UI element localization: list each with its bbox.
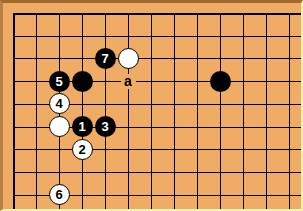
- grid-line-vertical: [174, 13, 175, 209]
- grid-line-horizontal: [13, 172, 301, 173]
- black-stone: [210, 71, 231, 92]
- white-stone: [118, 48, 139, 69]
- black-stone: [72, 71, 93, 92]
- black-stone-move-3: 3: [95, 116, 116, 137]
- grid-line-vertical: [82, 13, 83, 209]
- white-stone: [49, 116, 70, 137]
- grid-line-vertical: [289, 13, 290, 209]
- grid-line-vertical: [197, 13, 198, 209]
- white-stone-move-4: 4: [49, 93, 70, 114]
- grid-line-vertical: [105, 13, 106, 209]
- grid-line-horizontal: [13, 149, 301, 150]
- grid-line-horizontal: [13, 58, 301, 59]
- go-corner-diagram: a7541326: [0, 0, 303, 211]
- grid-line-vertical: [220, 13, 221, 209]
- grid-line-vertical: [36, 13, 37, 209]
- white-stone-move-6: 6: [49, 184, 70, 205]
- grid-line-horizontal: [13, 13, 301, 15]
- grid-line-vertical: [128, 13, 129, 209]
- white-stone-move-2: 2: [72, 139, 93, 160]
- grid-line-vertical: [13, 13, 15, 209]
- point-label-a: a: [121, 74, 136, 89]
- black-stone-move-7: 7: [95, 48, 116, 69]
- grid-line-horizontal: [13, 36, 301, 37]
- black-stone-move-5: 5: [49, 71, 70, 92]
- grid-line-vertical: [243, 13, 244, 209]
- go-board-grid: a7541326: [3, 3, 301, 209]
- grid-line-vertical: [151, 13, 152, 209]
- grid-line-vertical: [266, 13, 267, 209]
- black-stone-move-1: 1: [72, 116, 93, 137]
